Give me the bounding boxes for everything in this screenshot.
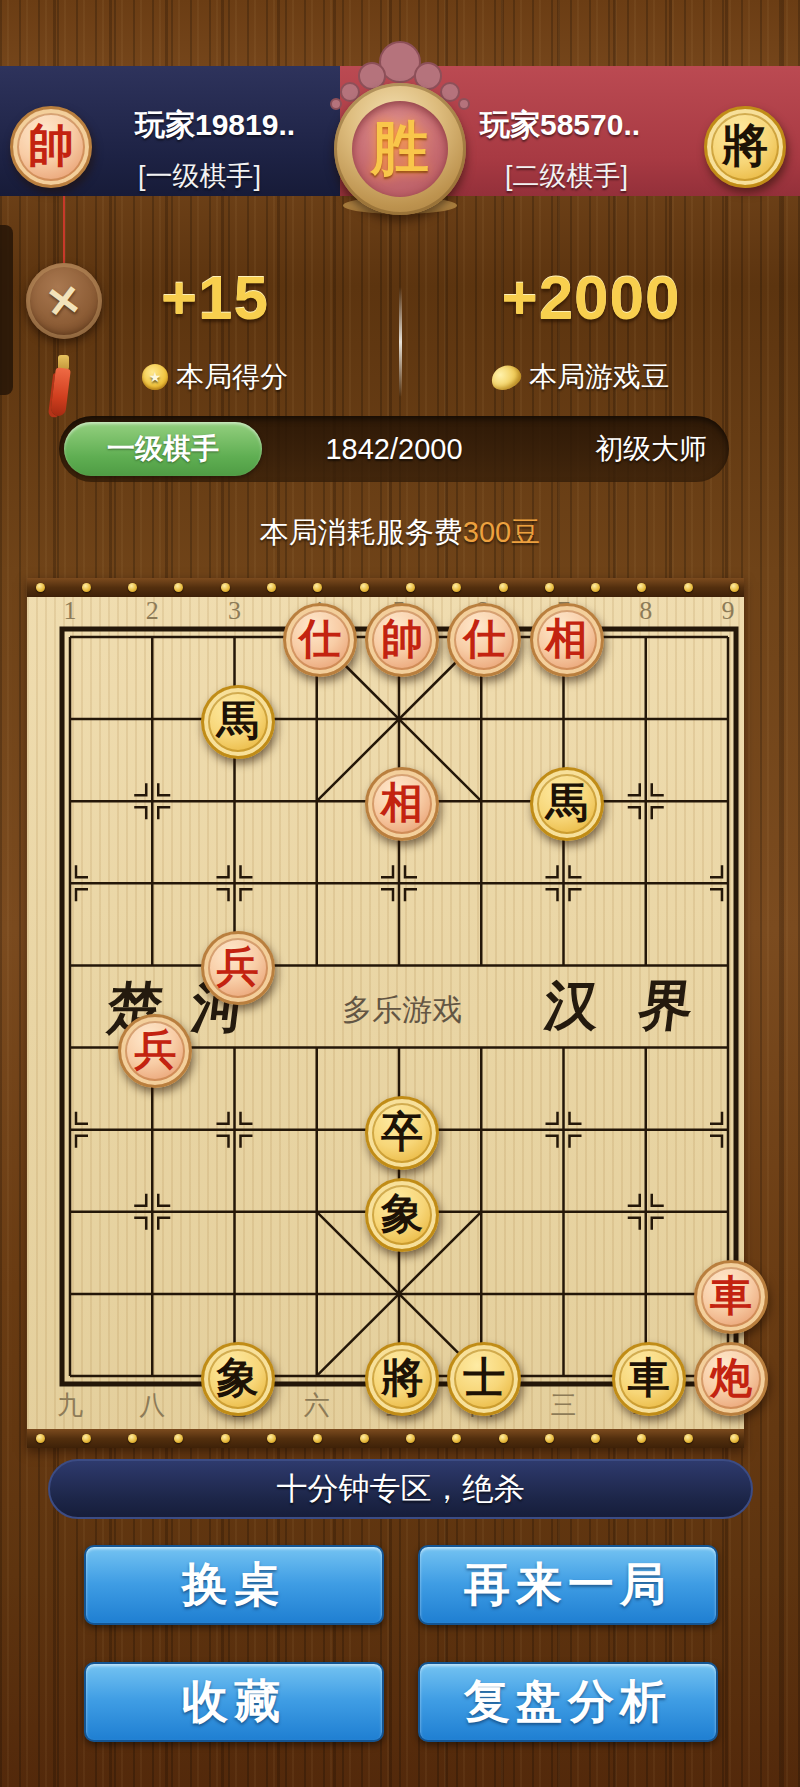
stud-nail — [360, 1434, 369, 1443]
stud-nail — [174, 583, 183, 592]
piece-character: 仕 — [463, 611, 505, 667]
piece-black-士: 士 — [447, 1342, 521, 1416]
column-label-bottom: 八 — [137, 1388, 167, 1423]
right-player-avatar-piece: 將 — [704, 106, 786, 188]
stud-nail — [545, 1434, 554, 1443]
stud-nail — [730, 1434, 739, 1443]
stud-nail — [267, 1434, 276, 1443]
piece-character: 卒 — [381, 1104, 423, 1160]
piece-black-將: 將 — [365, 1342, 439, 1416]
stud-nail — [684, 1434, 693, 1443]
medal-icon: ★ — [142, 364, 168, 390]
stud-nail — [36, 1434, 45, 1443]
piece-black-象: 象 — [365, 1178, 439, 1252]
right-player-rank: [二级棋手] — [505, 158, 628, 194]
result-text: 胜 — [371, 110, 429, 188]
stud-nail — [591, 1434, 600, 1443]
piece-character: 象 — [217, 1350, 259, 1406]
stud-nail — [591, 583, 600, 592]
game-result-screen: 玩家19819.. [一级棋手] 玩家58570.. [二级棋手] 帥 將 胜 … — [0, 0, 800, 1787]
piece-black-卒: 卒 — [365, 1096, 439, 1170]
stud-nail — [545, 583, 554, 592]
points-delta: +15 — [85, 262, 345, 333]
piece-character: 相 — [546, 611, 588, 667]
close-button[interactable]: ✕ — [26, 263, 102, 339]
piece-character: 馬 — [546, 775, 588, 831]
victory-medallion-center: 胜 — [352, 101, 448, 197]
piece-character: 車 — [710, 1268, 752, 1324]
stud-nail — [313, 1434, 322, 1443]
stud-nail — [221, 583, 230, 592]
piece-character: 馬 — [217, 693, 259, 749]
piece-red-仕: 仕 — [447, 603, 521, 677]
piece-red-炮: 炮 — [694, 1342, 768, 1416]
piece-character: 士 — [463, 1350, 505, 1406]
column-label-top: 3 — [220, 596, 250, 626]
column-label-top: 2 — [137, 596, 167, 626]
close-button-string — [63, 196, 65, 264]
piece-character: 兵 — [134, 1022, 176, 1078]
stud-nail — [174, 1434, 183, 1443]
piece-character: 相 — [381, 775, 423, 831]
piece-red-帥: 帥 — [365, 603, 439, 677]
stud-nail — [637, 1434, 646, 1443]
next-rank-label: 初级大师 — [595, 416, 707, 482]
piece-red-兵: 兵 — [201, 931, 275, 1005]
stud-nail — [128, 583, 137, 592]
stud-nail — [128, 1434, 137, 1443]
rank-progress-bar: 一级棋手 1842/2000 初级大师 — [59, 416, 729, 482]
stud-nail — [730, 583, 739, 592]
points-label: 本局得分 — [176, 358, 288, 396]
piece-character: 象 — [381, 1186, 423, 1242]
stud-nail — [499, 583, 508, 592]
mode-banner: 十分钟专区，绝杀 — [48, 1459, 753, 1519]
piece-character: 仕 — [299, 611, 341, 667]
favorite-button[interactable]: 收藏 — [84, 1662, 384, 1742]
right-player-name: 玩家58570.. — [480, 105, 640, 146]
piece-character: 兵 — [217, 939, 259, 995]
piece-red-仕: 仕 — [283, 603, 357, 677]
piece-red-相: 相 — [530, 603, 604, 677]
piece-character: 炮 — [710, 1350, 752, 1406]
victory-medallion: 胜 — [334, 83, 466, 215]
stud-nail — [406, 583, 415, 592]
piece-red-相: 相 — [365, 767, 439, 841]
left-edge-tab — [0, 225, 13, 395]
stud-nail — [267, 583, 276, 592]
piece-black-馬: 馬 — [530, 767, 604, 841]
beans-label-row: 本局游戏豆 — [455, 358, 705, 396]
service-fee-text: 本局消耗服务费300豆 — [0, 513, 800, 553]
piece-black-車: 車 — [612, 1342, 686, 1416]
service-fee-amount: 300豆 — [463, 516, 540, 548]
stud-nail — [406, 1434, 415, 1443]
close-icon: ✕ — [43, 274, 85, 327]
column-label-bottom: 六 — [302, 1388, 332, 1423]
column-label-top: 1 — [55, 596, 85, 626]
stud-nail — [452, 583, 461, 592]
left-player-avatar-piece: 帥 — [10, 106, 92, 188]
stud-nail — [684, 583, 693, 592]
column-label-top: 8 — [631, 596, 661, 626]
stud-nail — [452, 1434, 461, 1443]
left-player-name: 玩家19819.. — [135, 105, 295, 146]
review-analysis-button[interactable]: 复盘分析 — [418, 1662, 718, 1742]
stud-nail — [313, 583, 322, 592]
piece-character: 車 — [628, 1350, 670, 1406]
piece-character: 將 — [381, 1350, 423, 1406]
stud-nail — [221, 1434, 230, 1443]
beans-delta: +2000 — [461, 262, 721, 333]
piece-red-兵: 兵 — [118, 1014, 192, 1088]
play-again-button[interactable]: 再来一局 — [418, 1545, 718, 1625]
stud-nail — [82, 583, 91, 592]
stud-nail — [82, 1434, 91, 1443]
score-divider — [399, 287, 402, 397]
column-label-bottom: 三 — [549, 1388, 579, 1423]
tassel — [50, 367, 71, 416]
stud-nail — [499, 1434, 508, 1443]
piece-black-馬: 馬 — [201, 685, 275, 759]
points-label-row: ★ 本局得分 — [105, 358, 325, 396]
column-label-bottom: 九 — [55, 1388, 85, 1423]
piece-character: 帥 — [381, 611, 423, 667]
piece-black-象: 象 — [201, 1342, 275, 1416]
bean-icon — [488, 361, 524, 394]
watermark: 多乐游戏 — [342, 990, 462, 1031]
board-top-edge — [27, 578, 744, 597]
river-right-label: 汉界 — [541, 970, 738, 1043]
stud-nail — [360, 583, 369, 592]
change-table-button[interactable]: 换桌 — [84, 1545, 384, 1625]
beans-label: 本局游戏豆 — [529, 358, 669, 396]
column-label-top: 9 — [713, 596, 743, 626]
board-bottom-edge — [27, 1429, 744, 1448]
piece-red-車: 車 — [694, 1260, 768, 1334]
stud-nail — [36, 583, 45, 592]
left-player-rank: [一级棋手] — [138, 158, 261, 194]
stud-nail — [637, 583, 646, 592]
